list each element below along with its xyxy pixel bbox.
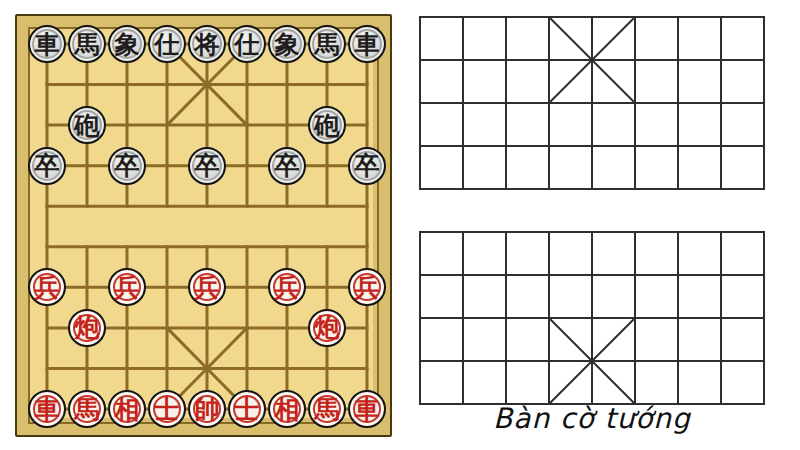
piece-red-soldier[interactable]: 兵 — [348, 268, 386, 306]
piece-black-elephant[interactable]: 象 — [108, 25, 146, 63]
piece-red-horse[interactable]: 馬 — [68, 390, 106, 428]
piece-red-horse[interactable]: 馬 — [308, 390, 346, 428]
piece-black-elephant[interactable]: 象 — [268, 25, 306, 63]
piece-black-soldier[interactable]: 卒 — [108, 147, 146, 185]
piece-black-cannon[interactable]: 砲 — [68, 106, 106, 144]
piece-black-chariot[interactable]: 車 — [28, 25, 66, 63]
diagram-top-grid — [419, 16, 765, 190]
piece-red-cannon[interactable]: 炮 — [68, 309, 106, 347]
piece-black-horse[interactable]: 馬 — [68, 25, 106, 63]
piece-black-soldier[interactable]: 卒 — [28, 147, 66, 185]
piece-black-cannon[interactable]: 砲 — [308, 106, 346, 144]
piece-red-chariot[interactable]: 車 — [348, 390, 386, 428]
piece-red-soldier[interactable]: 兵 — [28, 268, 66, 306]
page: 車馬象仕将仕象馬車砲砲卒卒卒卒卒兵兵兵兵兵炮炮車馬相士帥士相馬車 — [0, 0, 800, 450]
piece-red-advisor[interactable]: 士 — [148, 390, 186, 428]
piece-black-horse[interactable]: 馬 — [308, 25, 346, 63]
board-grid-lines — [17, 16, 394, 439]
piece-red-soldier[interactable]: 兵 — [268, 268, 306, 306]
diagram-bottom-half — [419, 231, 765, 409]
piece-black-chariot[interactable]: 車 — [348, 25, 386, 63]
piece-black-soldier[interactable]: 卒 — [188, 147, 226, 185]
piece-black-general[interactable]: 将 — [188, 25, 226, 63]
diagram-top-half — [419, 16, 765, 194]
piece-red-elephant[interactable]: 相 — [268, 390, 306, 428]
piece-red-general[interactable]: 帥 — [188, 390, 226, 428]
piece-red-chariot[interactable]: 車 — [28, 390, 66, 428]
piece-black-soldier[interactable]: 卒 — [348, 147, 386, 185]
piece-red-elephant[interactable]: 相 — [108, 390, 146, 428]
piece-black-advisor[interactable]: 仕 — [148, 25, 186, 63]
xiangqi-board: 車馬象仕将仕象馬車砲砲卒卒卒卒卒兵兵兵兵兵炮炮車馬相士帥士相馬車 — [15, 14, 392, 437]
piece-black-soldier[interactable]: 卒 — [268, 147, 306, 185]
diagram-bottom-grid — [419, 231, 765, 405]
piece-red-cannon[interactable]: 炮 — [308, 309, 346, 347]
piece-red-soldier[interactable]: 兵 — [188, 268, 226, 306]
piece-red-soldier[interactable]: 兵 — [108, 268, 146, 306]
caption: Bàn cờ tướng — [419, 402, 765, 435]
piece-black-advisor[interactable]: 仕 — [228, 25, 266, 63]
piece-red-advisor[interactable]: 士 — [228, 390, 266, 428]
